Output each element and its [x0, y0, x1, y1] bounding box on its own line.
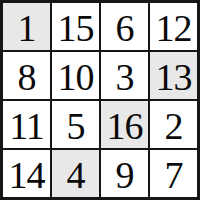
grid-cell-r2c2: 10 [52, 52, 99, 99]
grid-cell-r2c4: 13 [150, 52, 197, 99]
grid-cell-r3c1: 11 [3, 101, 50, 148]
grid-cell-r4c4: 7 [150, 150, 197, 197]
grid-cell-r2c1: 8 [3, 52, 50, 99]
cell-number: 9 [116, 156, 134, 194]
cell-number: 11 [9, 107, 44, 145]
grid-cell-r3c4: 2 [150, 101, 197, 148]
cell-number: 2 [165, 107, 183, 145]
grid-cell-r3c2: 5 [52, 101, 99, 148]
cell-number: 3 [116, 58, 134, 96]
grid-cell-r1c1: 1 [3, 3, 50, 50]
cell-number: 13 [156, 58, 192, 96]
cell-number: 15 [58, 9, 94, 47]
grid-cell-r2c3: 3 [101, 52, 148, 99]
cell-number: 4 [67, 156, 85, 194]
cell-number: 12 [156, 9, 192, 47]
grid-cell-r4c1: 14 [3, 150, 50, 197]
magic-square-board: 1 15 6 12 8 10 3 13 11 5 16 2 14 4 9 7 [0, 0, 200, 200]
grid-cell-r1c4: 12 [150, 3, 197, 50]
grid-cell-r4c2: 4 [52, 150, 99, 197]
grid-cell-r1c3: 6 [101, 3, 148, 50]
grid-cell-r3c3: 16 [101, 101, 148, 148]
cell-number: 8 [18, 58, 36, 96]
grid-cell-r4c3: 9 [101, 150, 148, 197]
cell-number: 5 [67, 107, 85, 145]
cell-number: 14 [9, 156, 45, 194]
cell-number: 7 [165, 156, 183, 194]
cell-number: 16 [107, 107, 143, 145]
grid-cell-r1c2: 15 [52, 3, 99, 50]
cell-number: 1 [18, 9, 36, 47]
cell-number: 10 [58, 58, 94, 96]
cell-number: 6 [116, 9, 134, 47]
